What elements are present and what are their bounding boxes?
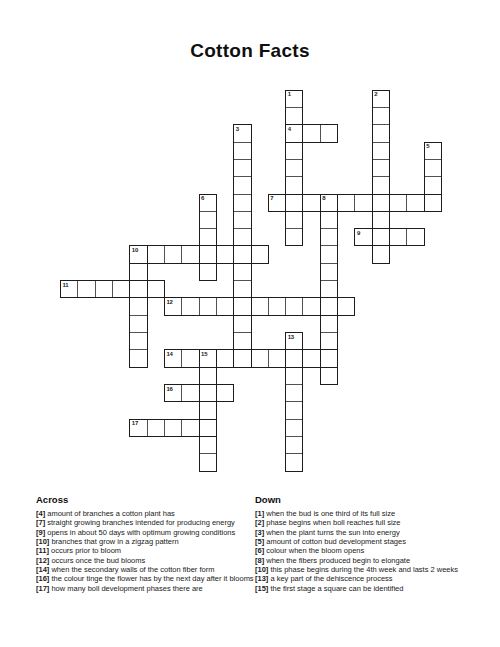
grid-cell-r9c10[interactable] [233,245,251,263]
grid-cell-r19c8[interactable] [199,419,217,437]
grid-cell-r15c4[interactable] [129,349,147,367]
grid-cell-r6c18[interactable] [372,194,390,212]
grid-cell-r11c5[interactable] [147,280,165,298]
cell-number-11: 11 [63,282,69,288]
grid-cell-r12c10[interactable] [233,297,251,315]
grid-cell-r4c13[interactable] [285,159,303,177]
cell-number-9: 9 [357,230,360,236]
grid-cell-r9c4[interactable]: 10 [129,245,147,263]
grid-cell-r7c13[interactable] [285,211,303,229]
grid-cell-r9c18[interactable] [372,245,390,263]
cell-number-8: 8 [322,195,325,201]
grid-cell-r17c8[interactable] [199,384,217,402]
grid-cell-r15c11[interactable] [251,349,269,367]
down-clues-section: Down [1] when the bud is one third of it… [255,494,493,593]
clue-across-11: [11] occurs prior to bloom [36,546,255,555]
grid-cell-r11c2[interactable] [95,280,113,298]
grid-cell-r7c18[interactable] [372,211,390,229]
grid-cell-r4c18[interactable] [372,159,390,177]
grid-cell-r12c9[interactable] [216,297,234,315]
grid-cell-r6c17[interactable] [354,194,372,212]
grid-cell-r17c9[interactable] [216,384,234,402]
cell-number-17: 17 [132,420,138,426]
grid-cell-r17c13[interactable] [285,384,303,402]
down-clue-list: [1] when the bud is one third of its ful… [255,509,493,593]
clue-down-6: [6] colour when the bloom opens [255,546,493,555]
grid-cell-r10c4[interactable] [129,263,147,281]
grid-cell-r8c19[interactable] [389,228,407,246]
clue-across-7: [7] straight growing branches intended f… [36,518,255,527]
cell-number-10: 10 [132,247,138,253]
grid-cell-r9c7[interactable] [181,245,199,263]
grid-cell-r12c11[interactable] [251,297,269,315]
cell-number-15: 15 [201,351,207,357]
grid-cell-r15c12[interactable] [268,349,286,367]
grid-cell-r2c18[interactable] [372,124,390,142]
clue-down-2: [2] phase begins when boll reaches full … [255,518,493,527]
grid-cell-r4c21[interactable] [424,159,442,177]
grid-cell-r12c16[interactable] [337,297,355,315]
clue-down-1: [1] when the bud is one third of its ful… [255,509,493,518]
grid-cell-r6c12[interactable]: 7 [268,194,286,212]
grid-cell-r6c16[interactable] [337,194,355,212]
grid-cell-r15c14[interactable] [302,349,320,367]
grid-cell-r19c6[interactable] [164,419,182,437]
grid-cell-r19c4[interactable]: 17 [129,419,147,437]
cell-number-5: 5 [426,143,429,149]
grid-cell-r7c15[interactable] [320,211,338,229]
grid-cell-r16c13[interactable] [285,367,303,385]
grid-cell-r16c15[interactable] [320,367,338,385]
grid-cell-r7c10[interactable] [233,211,251,229]
grid-cell-r5c18[interactable] [372,176,390,194]
clue-down-8: [8] when the fibers produced begin to el… [255,556,493,565]
grid-cell-r5c21[interactable] [424,176,442,194]
grid-cell-r8c8[interactable] [199,228,217,246]
grid-cell-r15c7[interactable] [181,349,199,367]
grid-cell-r15c8[interactable]: 15 [199,349,217,367]
grid-cell-r5c13[interactable] [285,176,303,194]
clue-down-5: [5] amount of cotton bud development sta… [255,537,493,546]
grid-cell-r2c14[interactable] [302,124,320,142]
grid-cell-r9c9[interactable] [216,245,234,263]
cell-number-4: 4 [288,126,291,132]
grid-cell-r9c5[interactable] [147,245,165,263]
grid-cell-r2c10[interactable]: 3 [233,124,251,142]
grid-cell-r12c4[interactable] [129,297,147,315]
grid-cell-r6c10[interactable] [233,194,251,212]
grid-cell-r20c13[interactable] [285,436,303,454]
grid-cell-r8c10[interactable] [233,228,251,246]
grid-cell-r7c8[interactable] [199,211,217,229]
grid-cell-r21c8[interactable] [199,453,217,471]
grid-cell-r4c10[interactable] [233,159,251,177]
grid-cell-r2c13[interactable]: 4 [285,124,303,142]
grid-cell-r9c8[interactable] [199,245,217,263]
grid-cell-r12c15[interactable] [320,297,338,315]
grid-cell-r9c6[interactable] [164,245,182,263]
grid-cell-r19c7[interactable] [181,419,199,437]
grid-cell-r6c19[interactable] [389,194,407,212]
across-clues-section: Across [4] amount of branches a cotton p… [36,494,255,593]
grid-cell-r11c0[interactable]: 11 [60,280,78,298]
grid-cell-r16c8[interactable] [199,367,217,385]
cell-number-13: 13 [288,334,294,340]
down-header: Down [255,494,493,505]
grid-cell-r8c15[interactable] [320,228,338,246]
grid-cell-r11c10[interactable] [233,280,251,298]
across-clue-list: [4] amount of branches a cotton plant ha… [36,509,255,593]
clue-across-9: [9] opens in about 50 days with optimum … [36,528,255,537]
cell-number-6: 6 [201,195,204,201]
grid-cell-r18c13[interactable] [285,401,303,419]
grid-cell-r6c15[interactable]: 8 [320,194,338,212]
grid-cell-r5c10[interactable] [233,176,251,194]
grid-cell-r11c15[interactable] [320,280,338,298]
clue-across-14: [14] when the secondary walls of the cot… [36,565,255,574]
grid-cell-r12c14[interactable] [302,297,320,315]
cell-number-3: 3 [236,126,239,132]
clue-across-10: [10] branches that grow in a zigzag patt… [36,537,255,546]
grid-cell-r12c13[interactable] [285,297,303,315]
grid-cell-r15c10[interactable] [233,349,251,367]
grid-cell-r15c6[interactable]: 14 [164,349,182,367]
grid-cell-r11c1[interactable] [77,280,95,298]
grid-cell-r17c6[interactable]: 16 [164,384,182,402]
grid-cell-r15c13[interactable] [285,349,303,367]
clue-down-13: [13] a key part of the dehiscence proces… [255,574,493,583]
cell-number-12: 12 [166,299,172,305]
cell-number-7: 7 [270,195,273,201]
grid-cell-r0c13[interactable]: 1 [285,90,303,108]
grid-cell-r8c17[interactable]: 9 [354,228,372,246]
crossword-page: Cotton Facts 1234567891011121314151617 A… [0,0,500,647]
grid-cell-r1c18[interactable] [372,107,390,125]
grid-cell-r21c13[interactable] [285,453,303,471]
grid-cell-r12c12[interactable] [268,297,286,315]
grid-cell-r13c15[interactable] [320,315,338,333]
grid-cell-r3c21[interactable]: 5 [424,142,442,160]
grid-cell-r3c18[interactable] [372,142,390,160]
grid-cell-r15c15[interactable] [320,349,338,367]
grid-cell-r12c6[interactable]: 12 [164,297,182,315]
grid-cell-r19c13[interactable] [285,419,303,437]
clue-across-4: [4] amount of branches a cotton plant ha… [36,509,255,518]
grid-cell-r9c11[interactable] [251,245,269,263]
grid-cell-r14c15[interactable] [320,332,338,350]
clue-across-12: [12] occurs once the bud blooms [36,556,255,565]
grid-cell-r14c10[interactable] [233,332,251,350]
cell-number-1: 1 [288,91,291,97]
grid-cell-r8c18[interactable] [372,228,390,246]
grid-cell-r8c20[interactable] [406,228,424,246]
grid-cell-r1c13[interactable] [285,107,303,125]
grid-cell-r14c13[interactable]: 13 [285,332,303,350]
clue-across-16: [16] the colour tinge the flower has by … [36,574,255,583]
grid-cell-r20c8[interactable] [199,436,217,454]
grid-cell-r3c10[interactable] [233,142,251,160]
grid-cell-r13c10[interactable] [233,315,251,333]
grid-cell-r11c4[interactable] [129,280,147,298]
grid-cell-r11c3[interactable] [112,280,130,298]
grid-cell-r0c18[interactable]: 2 [372,90,390,108]
grid-cell-r13c4[interactable] [129,315,147,333]
grid-cell-r3c13[interactable] [285,142,303,160]
grid-cell-r10c8[interactable] [199,263,217,281]
grid-cell-r6c20[interactable] [406,194,424,212]
grid-cell-r6c14[interactable] [302,194,320,212]
grid-cell-r6c8[interactable]: 6 [199,194,217,212]
clue-down-15: [15] the first stage a square can be ide… [255,584,493,593]
grid-cell-r8c13[interactable] [285,228,303,246]
grid-cell-r19c5[interactable] [147,419,165,437]
grid-cell-r10c10[interactable] [233,263,251,281]
grid-cell-r2c15[interactable] [320,124,338,142]
crossword-grid: 1234567891011121314151617 [0,0,500,500]
clue-down-10: [10] this phase begins during the 4th we… [255,565,493,574]
cell-number-14: 14 [166,351,172,357]
grid-cell-r17c7[interactable] [181,384,199,402]
grid-cell-r6c13[interactable] [285,194,303,212]
cell-number-16: 16 [166,386,172,392]
grid-cell-r15c9[interactable] [216,349,234,367]
grid-cell-r18c8[interactable] [199,401,217,419]
grid-cell-r6c21[interactable] [424,194,442,212]
grid-cell-r12c7[interactable] [181,297,199,315]
grid-cell-r12c8[interactable] [199,297,217,315]
grid-cell-r9c15[interactable] [320,245,338,263]
grid-cell-r10c15[interactable] [320,263,338,281]
across-header: Across [36,494,255,505]
cell-number-2: 2 [374,91,377,97]
clue-across-17: [17] how many boll development phases th… [36,584,255,593]
clue-down-3: [3] when the plant turns the sun into en… [255,528,493,537]
grid-cell-r14c4[interactable] [129,332,147,350]
